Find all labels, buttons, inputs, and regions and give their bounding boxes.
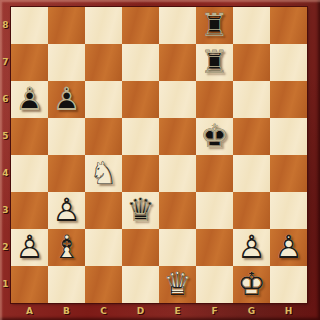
square-d1 [122, 266, 159, 303]
square-b4 [48, 155, 85, 192]
white-pawn-outline: ♙ [270, 229, 307, 266]
black-pawn-outline: ♙ [11, 81, 48, 118]
file-label-f: F [196, 303, 233, 320]
square-b7 [48, 44, 85, 81]
white-king-g1: ♚♔ [233, 266, 270, 303]
white-bishop-outline: ♗ [48, 229, 85, 266]
white-pawn-h2: ♟♙ [270, 229, 307, 266]
white-pawn-g2: ♟♙ [233, 229, 270, 266]
white-knight-outline: ♘ [85, 155, 122, 192]
square-g5 [233, 118, 270, 155]
square-c7 [85, 44, 122, 81]
black-rook-outline: ♖ [196, 7, 233, 44]
rank-label-7: 7 [0, 44, 11, 81]
rank-label-8: 8 [0, 7, 11, 44]
square-c1 [85, 266, 122, 303]
square-h4 [270, 155, 307, 192]
square-c5 [85, 118, 122, 155]
square-h7 [270, 44, 307, 81]
white-king-outline: ♔ [233, 266, 270, 303]
square-f3 [196, 192, 233, 229]
square-g1: ♚♔ [233, 266, 270, 303]
square-e1: ♛♕ [159, 266, 196, 303]
black-king-outline: ♔ [196, 118, 233, 155]
square-f5: ♚♔ [196, 118, 233, 155]
square-b6: ♟♙ [48, 81, 85, 118]
square-a3 [11, 192, 48, 229]
square-h3 [270, 192, 307, 229]
black-pawn-a6: ♟♙ [11, 81, 48, 118]
white-pawn-outline: ♙ [233, 229, 270, 266]
square-d2 [122, 229, 159, 266]
square-f8: ♜♖ [196, 7, 233, 44]
square-e6 [159, 81, 196, 118]
square-f6 [196, 81, 233, 118]
black-pawn-b6: ♟♙ [48, 81, 85, 118]
square-h2: ♟♙ [270, 229, 307, 266]
chess-board: ♜♖♜♖♟♙♟♙♚♔♞♘♟♙♛♕♟♙♝♗♟♙♟♙♛♕♚♔ [11, 7, 307, 303]
file-label-h: H [270, 303, 307, 320]
square-h6 [270, 81, 307, 118]
white-bishop-b2: ♝♗ [48, 229, 85, 266]
black-queen-outline: ♕ [122, 192, 159, 229]
square-a4 [11, 155, 48, 192]
square-f2 [196, 229, 233, 266]
square-e2 [159, 229, 196, 266]
square-f1 [196, 266, 233, 303]
rank-label-2: 2 [0, 229, 11, 266]
square-e7 [159, 44, 196, 81]
square-b2: ♝♗ [48, 229, 85, 266]
white-knight-c4: ♞♘ [85, 155, 122, 192]
black-queen-d3: ♛♕ [122, 192, 159, 229]
square-h5 [270, 118, 307, 155]
rank-label-5: 5 [0, 118, 11, 155]
square-d8 [122, 7, 159, 44]
square-a5 [11, 118, 48, 155]
square-b1 [48, 266, 85, 303]
square-c6 [85, 81, 122, 118]
square-c2 [85, 229, 122, 266]
square-h1 [270, 266, 307, 303]
file-label-c: C [85, 303, 122, 320]
rank-label-4: 4 [0, 155, 11, 192]
rank-label-3: 3 [0, 192, 11, 229]
square-g2: ♟♙ [233, 229, 270, 266]
square-a2: ♟♙ [11, 229, 48, 266]
square-c3 [85, 192, 122, 229]
black-rook-f8: ♜♖ [196, 7, 233, 44]
white-pawn-outline: ♙ [11, 229, 48, 266]
rank-label-1: 1 [0, 266, 11, 303]
square-f4 [196, 155, 233, 192]
square-g7 [233, 44, 270, 81]
file-label-e: E [159, 303, 196, 320]
square-d4 [122, 155, 159, 192]
square-e5 [159, 118, 196, 155]
square-b5 [48, 118, 85, 155]
square-d3: ♛♕ [122, 192, 159, 229]
black-pawn-outline: ♙ [48, 81, 85, 118]
square-e3 [159, 192, 196, 229]
black-rook-f7: ♜♖ [196, 44, 233, 81]
square-c8 [85, 7, 122, 44]
square-h8 [270, 7, 307, 44]
white-pawn-outline: ♙ [48, 192, 85, 229]
white-pawn-b3: ♟♙ [48, 192, 85, 229]
square-g4 [233, 155, 270, 192]
white-queen-e1: ♛♕ [159, 266, 196, 303]
square-e8 [159, 7, 196, 44]
file-label-a: A [11, 303, 48, 320]
black-rook-outline: ♖ [196, 44, 233, 81]
file-label-d: D [122, 303, 159, 320]
square-a6: ♟♙ [11, 81, 48, 118]
file-label-b: B [48, 303, 85, 320]
square-g6 [233, 81, 270, 118]
white-pawn-a2: ♟♙ [11, 229, 48, 266]
square-d5 [122, 118, 159, 155]
square-b8 [48, 7, 85, 44]
square-f7: ♜♖ [196, 44, 233, 81]
square-e4 [159, 155, 196, 192]
square-g8 [233, 7, 270, 44]
square-b3: ♟♙ [48, 192, 85, 229]
white-queen-outline: ♕ [159, 266, 196, 303]
square-d7 [122, 44, 159, 81]
chess-diagram-frame: ♜♖♜♖♟♙♟♙♚♔♞♘♟♙♛♕♟♙♝♗♟♙♟♙♛♕♚♔ 87654321ABC… [0, 0, 320, 320]
file-label-g: G [233, 303, 270, 320]
square-c4: ♞♘ [85, 155, 122, 192]
square-g3 [233, 192, 270, 229]
rank-label-6: 6 [0, 81, 11, 118]
square-d6 [122, 81, 159, 118]
black-king-f5: ♚♔ [196, 118, 233, 155]
square-a1 [11, 266, 48, 303]
square-a7 [11, 44, 48, 81]
square-a8 [11, 7, 48, 44]
